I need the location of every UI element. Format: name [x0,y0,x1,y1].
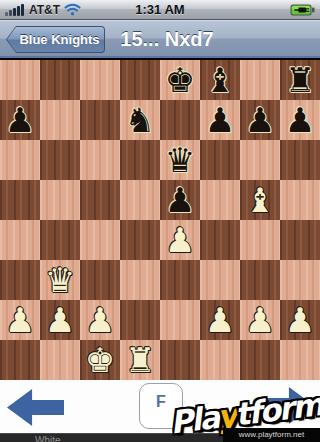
square-c3[interactable] [80,260,120,300]
piece-white-pawn: ♟ [200,300,240,340]
square-c8[interactable] [80,60,120,100]
square-h5[interactable] [280,180,320,220]
square-f8[interactable]: ♝ [200,60,240,100]
square-e8[interactable]: ♚ [160,60,200,100]
signal-strength-icon [5,4,25,16]
bottom-info-label: White [35,435,61,442]
square-d3[interactable] [120,260,160,300]
square-a7[interactable]: ♟ [0,100,40,140]
piece-black-rook: ♜ [280,60,320,100]
square-a8[interactable] [0,60,40,100]
square-d8[interactable] [120,60,160,100]
battery-charging-icon [290,4,315,16]
square-h8[interactable]: ♜ [280,60,320,100]
square-b3[interactable]: ♛ [40,260,80,300]
back-button[interactable]: Blue Knights [6,26,105,53]
square-g5[interactable]: ♝ [240,180,280,220]
square-b6[interactable] [40,140,80,180]
square-g2[interactable]: ♟ [240,300,280,340]
piece-black-knight: ♞ [120,100,160,140]
move-toolbar: F [0,380,320,433]
previous-move-arrow-icon[interactable] [7,389,64,426]
piece-black-pawn: ♟ [280,100,320,140]
square-f5[interactable] [200,180,240,220]
piece-black-king: ♚ [160,60,200,100]
square-e7[interactable] [160,100,200,140]
piece-black-pawn: ♟ [0,100,40,140]
square-d2[interactable] [120,300,160,340]
piece-black-bishop: ♝ [200,60,240,100]
carrier-label: AT&T [29,3,60,17]
square-h2[interactable]: ♟ [280,300,320,340]
status-bar: AT&T 1:31 AM [0,0,320,20]
square-b2[interactable]: ♟ [40,300,80,340]
square-h7[interactable]: ♟ [280,100,320,140]
piece-white-queen: ♛ [40,260,80,300]
square-d1[interactable]: ♜ [120,340,160,380]
square-f4[interactable] [200,220,240,260]
square-a3[interactable] [0,260,40,300]
bottom-info-bar: White [0,433,320,442]
square-g7[interactable]: ♟ [240,100,280,140]
square-e1[interactable] [160,340,200,380]
square-c4[interactable] [80,220,120,260]
square-h6[interactable] [280,140,320,180]
flip-button[interactable]: F [139,383,183,429]
piece-white-pawn: ♟ [0,300,40,340]
square-g4[interactable] [240,220,280,260]
square-g6[interactable] [240,140,280,180]
square-g8[interactable] [240,60,280,100]
piece-black-pawn: ♟ [160,180,200,220]
square-g3[interactable] [240,260,280,300]
square-a4[interactable] [0,220,40,260]
square-d7[interactable]: ♞ [120,100,160,140]
square-f7[interactable]: ♟ [200,100,240,140]
iphone-chess-app-screen: { "game": "chess", "position": { "fen": … [0,0,320,442]
back-button-label: Blue Knights [19,32,99,47]
square-c6[interactable] [80,140,120,180]
square-h1[interactable] [280,340,320,380]
square-e5[interactable]: ♟ [160,180,200,220]
square-c1[interactable]: ♚ [80,340,120,380]
piece-white-bishop: ♝ [240,180,280,220]
square-e4[interactable]: ♟ [160,220,200,260]
square-a1[interactable] [0,340,40,380]
piece-white-pawn: ♟ [80,300,120,340]
square-e3[interactable] [160,260,200,300]
square-a5[interactable] [0,180,40,220]
square-b4[interactable] [40,220,80,260]
square-e6[interactable]: ♛ [160,140,200,180]
square-d5[interactable] [120,180,160,220]
square-h4[interactable] [280,220,320,260]
square-a6[interactable] [0,140,40,180]
square-d6[interactable] [120,140,160,180]
square-f3[interactable] [200,260,240,300]
navigation-bar: Blue Knights 15... Nxd7 [0,20,320,58]
square-b7[interactable] [40,100,80,140]
square-c5[interactable] [80,180,120,220]
square-f1[interactable] [200,340,240,380]
piece-white-rook: ♜ [120,340,160,380]
square-d4[interactable] [120,220,160,260]
piece-white-pawn: ♟ [280,300,320,340]
piece-white-pawn: ♟ [160,220,200,260]
square-f2[interactable]: ♟ [200,300,240,340]
piece-black-pawn: ♟ [200,100,240,140]
square-b1[interactable] [40,340,80,380]
square-c7[interactable] [80,100,120,140]
piece-white-pawn: ♟ [240,300,280,340]
wifi-icon [64,3,81,16]
square-b5[interactable] [40,180,80,220]
chess-board: ♚♝♜♟♞♟♟♟♛♟♝♟♛♟♟♟♟♟♟♚♜ [0,60,320,380]
piece-black-queen: ♛ [160,140,200,180]
square-c2[interactable]: ♟ [80,300,120,340]
piece-black-pawn: ♟ [240,100,280,140]
piece-white-king: ♚ [80,340,120,380]
square-b8[interactable] [40,60,80,100]
square-e2[interactable] [160,300,200,340]
piece-white-pawn: ♟ [40,300,80,340]
square-g1[interactable] [240,340,280,380]
next-move-arrow-icon[interactable] [257,387,314,424]
square-f6[interactable] [200,140,240,180]
square-h3[interactable] [280,260,320,300]
square-a2[interactable]: ♟ [0,300,40,340]
